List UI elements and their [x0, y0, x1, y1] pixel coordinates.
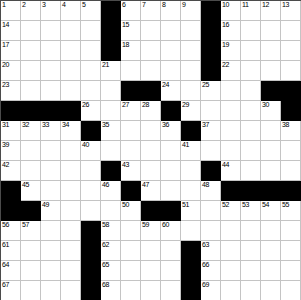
white-cell[interactable]: 25	[201, 81, 221, 101]
white-cell[interactable]	[21, 241, 41, 261]
cell-number: 42	[2, 161, 9, 169]
white-cell[interactable]: 50	[121, 201, 141, 221]
white-cell[interactable]	[221, 81, 241, 101]
black-cell	[61, 101, 81, 121]
white-cell[interactable]	[101, 101, 121, 121]
cell-number: 28	[142, 101, 149, 109]
white-cell[interactable]: 4	[61, 1, 81, 21]
white-cell[interactable]	[241, 261, 261, 281]
cell-number: 62	[102, 241, 109, 249]
white-cell[interactable]	[121, 281, 141, 300]
cell-number: 5	[82, 1, 86, 9]
white-cell[interactable]: 5	[81, 1, 101, 21]
white-cell[interactable]	[281, 261, 301, 281]
cell-number: 41	[182, 141, 189, 149]
white-cell[interactable]	[221, 141, 241, 161]
white-cell[interactable]	[81, 81, 101, 101]
cell-number: 2	[22, 1, 26, 9]
white-cell[interactable]	[21, 161, 41, 181]
white-cell[interactable]	[81, 41, 101, 61]
white-cell[interactable]	[241, 161, 261, 181]
white-cell[interactable]	[161, 141, 181, 161]
white-cell[interactable]: 34	[61, 121, 81, 141]
white-cell[interactable]	[161, 21, 181, 41]
cell-number: 49	[42, 201, 49, 209]
white-cell[interactable]	[161, 61, 181, 81]
cell-number: 54	[262, 201, 269, 209]
cell-number: 53	[242, 201, 249, 209]
white-cell[interactable]	[281, 141, 301, 161]
cell-number: 20	[2, 61, 9, 69]
cell-number: 59	[142, 221, 149, 229]
crossword-grid: 1234567891011121314151617181920212223242…	[0, 0, 301, 300]
white-cell[interactable]	[141, 121, 161, 141]
white-cell[interactable]	[221, 241, 241, 261]
white-cell[interactable]	[21, 21, 41, 41]
white-cell[interactable]	[61, 201, 81, 221]
white-cell[interactable]: 47	[141, 181, 161, 201]
black-cell	[1, 101, 21, 121]
white-cell[interactable]: 57	[21, 221, 41, 241]
cell-number: 46	[102, 181, 109, 189]
white-cell[interactable]: 35	[101, 121, 121, 141]
white-cell[interactable]	[61, 241, 81, 261]
black-cell	[181, 241, 201, 261]
white-cell[interactable]	[241, 81, 261, 101]
white-cell[interactable]	[41, 221, 61, 241]
white-cell[interactable]: 52	[221, 201, 241, 221]
white-cell[interactable]	[141, 241, 161, 261]
white-cell[interactable]	[141, 21, 161, 41]
white-cell[interactable]	[221, 261, 241, 281]
white-cell[interactable]	[261, 241, 281, 261]
white-cell[interactable]	[41, 161, 61, 181]
cell-number: 58	[102, 221, 109, 229]
white-cell[interactable]	[41, 241, 61, 261]
cell-number: 14	[2, 21, 9, 29]
white-cell[interactable]	[241, 41, 261, 61]
white-cell[interactable]	[181, 81, 201, 101]
white-cell[interactable]	[141, 61, 161, 81]
white-cell[interactable]	[221, 281, 241, 300]
white-cell[interactable]	[241, 121, 261, 141]
black-cell	[161, 201, 181, 221]
white-cell[interactable]	[181, 41, 201, 61]
cell-number: 50	[122, 201, 129, 209]
white-cell[interactable]: 2	[21, 1, 41, 21]
cell-number: 21	[102, 61, 109, 69]
cell-number: 39	[2, 141, 9, 149]
cell-number: 51	[182, 201, 189, 209]
white-cell[interactable]: 28	[141, 101, 161, 121]
white-cell[interactable]	[81, 201, 101, 221]
black-cell	[101, 1, 121, 21]
white-cell[interactable]	[281, 241, 301, 261]
cell-number: 25	[202, 81, 209, 89]
white-cell[interactable]	[61, 181, 81, 201]
black-cell	[21, 201, 41, 221]
white-cell[interactable]: 29	[181, 101, 201, 121]
white-cell[interactable]: 61	[1, 241, 21, 261]
black-cell	[101, 41, 121, 61]
cell-number: 40	[82, 141, 89, 149]
white-cell[interactable]	[21, 61, 41, 81]
white-cell[interactable]	[81, 61, 101, 81]
black-cell	[201, 41, 221, 61]
black-cell	[201, 61, 221, 81]
black-cell	[141, 201, 161, 221]
white-cell[interactable]	[221, 121, 241, 141]
black-cell	[41, 101, 61, 121]
white-cell[interactable]: 66	[201, 261, 221, 281]
cell-number: 9	[182, 1, 186, 9]
black-cell	[281, 81, 301, 101]
black-cell	[81, 221, 101, 241]
cell-number: 16	[222, 21, 229, 29]
white-cell[interactable]	[121, 141, 141, 161]
cell-number: 61	[2, 241, 9, 249]
cell-number: 56	[2, 221, 9, 229]
white-cell[interactable]: 40	[81, 141, 101, 161]
black-cell	[281, 181, 301, 201]
white-cell[interactable]: 3	[41, 1, 61, 21]
cell-number: 67	[2, 281, 9, 289]
white-cell[interactable]: 17	[1, 41, 21, 61]
white-cell[interactable]	[241, 221, 261, 241]
cell-number: 4	[62, 1, 66, 9]
black-cell	[161, 101, 181, 121]
white-cell[interactable]: 22	[221, 61, 241, 81]
white-cell[interactable]	[201, 101, 221, 121]
black-cell	[21, 101, 41, 121]
cell-number: 36	[162, 121, 169, 129]
white-cell[interactable]	[141, 141, 161, 161]
white-cell[interactable]: 10	[221, 1, 241, 21]
cell-number: 69	[202, 281, 209, 289]
white-cell[interactable]: 32	[21, 121, 41, 141]
white-cell[interactable]	[61, 281, 81, 300]
white-cell[interactable]	[61, 21, 81, 41]
white-cell[interactable]: 15	[121, 21, 141, 41]
white-cell[interactable]	[101, 81, 121, 101]
cell-number: 32	[22, 121, 29, 129]
cell-number: 37	[202, 121, 209, 129]
white-cell[interactable]: 65	[101, 261, 121, 281]
white-cell[interactable]: 23	[1, 81, 21, 101]
cell-number: 60	[162, 221, 169, 229]
white-cell[interactable]: 69	[201, 281, 221, 300]
white-cell[interactable]: 58	[101, 221, 121, 241]
cell-number: 1	[2, 1, 6, 9]
cell-number: 26	[82, 101, 89, 109]
white-cell[interactable]	[161, 181, 181, 201]
black-cell	[121, 81, 141, 101]
white-cell[interactable]: 11	[241, 1, 261, 21]
white-cell[interactable]: 46	[101, 181, 121, 201]
white-cell[interactable]	[181, 181, 201, 201]
white-cell[interactable]	[281, 21, 301, 41]
white-cell[interactable]: 43	[121, 161, 141, 181]
black-cell	[261, 81, 281, 101]
white-cell[interactable]	[261, 141, 281, 161]
white-cell[interactable]	[281, 61, 301, 81]
white-cell[interactable]	[121, 121, 141, 141]
cell-number: 64	[2, 261, 9, 269]
cell-number: 12	[262, 1, 269, 9]
white-cell[interactable]: 21	[101, 61, 121, 81]
black-cell	[1, 181, 21, 201]
white-cell[interactable]	[81, 21, 101, 41]
cell-number: 23	[2, 81, 9, 89]
white-cell[interactable]: 44	[221, 161, 241, 181]
white-cell[interactable]: 8	[161, 1, 181, 21]
black-cell	[281, 101, 301, 121]
cell-number: 27	[122, 101, 129, 109]
white-cell[interactable]	[121, 261, 141, 281]
white-cell[interactable]: 67	[1, 281, 21, 300]
white-cell[interactable]	[121, 241, 141, 261]
cell-number: 35	[102, 121, 109, 129]
white-cell[interactable]	[281, 161, 301, 181]
white-cell[interactable]	[81, 181, 101, 201]
white-cell[interactable]: 59	[141, 221, 161, 241]
white-cell[interactable]	[281, 281, 301, 300]
white-cell[interactable]	[161, 261, 181, 281]
cell-number: 47	[142, 181, 149, 189]
cell-number: 57	[22, 221, 29, 229]
white-cell[interactable]	[61, 141, 81, 161]
white-cell[interactable]	[241, 241, 261, 261]
white-cell[interactable]: 56	[1, 221, 21, 241]
cell-number: 43	[122, 161, 129, 169]
white-cell[interactable]: 30	[261, 101, 281, 121]
white-cell[interactable]: 42	[1, 161, 21, 181]
white-cell[interactable]: 26	[81, 101, 101, 121]
white-cell[interactable]	[201, 201, 221, 221]
white-cell[interactable]	[61, 41, 81, 61]
black-cell	[101, 161, 121, 181]
white-cell[interactable]: 24	[161, 81, 181, 101]
black-cell	[81, 121, 101, 141]
white-cell[interactable]: 19	[221, 41, 241, 61]
white-cell[interactable]	[141, 41, 161, 61]
white-cell[interactable]: 9	[181, 1, 201, 21]
white-cell[interactable]	[261, 281, 281, 300]
cell-number: 55	[282, 201, 289, 209]
white-cell[interactable]: 27	[121, 101, 141, 121]
black-cell	[141, 81, 161, 101]
cell-number: 30	[262, 101, 269, 109]
white-cell[interactable]	[41, 41, 61, 61]
white-cell[interactable]	[41, 181, 61, 201]
cell-number: 13	[282, 1, 289, 9]
white-cell[interactable]: 55	[281, 201, 301, 221]
cell-number: 7	[142, 1, 146, 9]
white-cell[interactable]	[181, 21, 201, 41]
white-cell[interactable]: 62	[101, 241, 121, 261]
cell-number: 6	[122, 1, 126, 9]
white-cell[interactable]: 49	[41, 201, 61, 221]
white-cell[interactable]	[261, 61, 281, 81]
white-cell[interactable]: 63	[201, 241, 221, 261]
white-cell[interactable]: 45	[21, 181, 41, 201]
black-cell	[1, 201, 21, 221]
white-cell[interactable]	[61, 261, 81, 281]
white-cell[interactable]	[21, 81, 41, 101]
white-cell[interactable]	[261, 121, 281, 141]
black-cell	[201, 161, 221, 181]
white-cell[interactable]	[241, 21, 261, 41]
white-cell[interactable]: 33	[41, 121, 61, 141]
white-cell[interactable]: 31	[1, 121, 21, 141]
black-cell	[81, 261, 101, 281]
cell-number: 33	[42, 121, 49, 129]
white-cell[interactable]	[241, 61, 261, 81]
cell-number: 11	[242, 1, 249, 9]
white-cell[interactable]: 54	[261, 201, 281, 221]
white-cell[interactable]: 39	[1, 141, 21, 161]
cell-number: 34	[62, 121, 69, 129]
white-cell[interactable]: 16	[221, 21, 241, 41]
black-cell	[241, 181, 261, 201]
white-cell[interactable]	[241, 281, 261, 300]
white-cell[interactable]	[141, 161, 161, 181]
white-cell[interactable]	[161, 41, 181, 61]
white-cell[interactable]	[21, 281, 41, 300]
white-cell[interactable]	[161, 281, 181, 300]
white-cell[interactable]	[121, 61, 141, 81]
cell-number: 19	[222, 41, 229, 49]
white-cell[interactable]: 48	[201, 181, 221, 201]
white-cell[interactable]	[21, 261, 41, 281]
white-cell[interactable]: 60	[161, 221, 181, 241]
white-cell[interactable]	[261, 221, 281, 241]
white-cell[interactable]	[41, 81, 61, 101]
white-cell[interactable]	[281, 221, 301, 241]
cell-number: 48	[202, 181, 209, 189]
white-cell[interactable]	[101, 141, 121, 161]
black-cell	[181, 121, 201, 141]
white-cell[interactable]	[201, 221, 221, 241]
white-cell[interactable]: 64	[1, 261, 21, 281]
white-cell[interactable]: 6	[121, 1, 141, 21]
white-cell[interactable]	[61, 161, 81, 181]
cell-number: 31	[2, 121, 9, 129]
white-cell[interactable]: 14	[1, 21, 21, 41]
cell-number: 3	[42, 1, 46, 9]
black-cell	[181, 281, 201, 300]
white-cell[interactable]	[21, 41, 41, 61]
white-cell[interactable]	[141, 281, 161, 300]
black-cell	[101, 21, 121, 41]
black-cell	[121, 181, 141, 201]
black-cell	[81, 281, 101, 300]
cell-number: 68	[102, 281, 109, 289]
cell-number: 38	[282, 121, 289, 129]
white-cell[interactable]	[181, 221, 201, 241]
cell-number: 15	[122, 21, 129, 29]
cell-number: 17	[2, 41, 9, 49]
white-cell[interactable]	[121, 221, 141, 241]
white-cell[interactable]	[261, 21, 281, 41]
black-cell	[201, 1, 221, 21]
white-cell[interactable]: 13	[281, 1, 301, 21]
white-cell[interactable]	[161, 241, 181, 261]
white-cell[interactable]	[201, 141, 221, 161]
white-cell[interactable]	[41, 281, 61, 300]
white-cell[interactable]	[221, 101, 241, 121]
white-cell[interactable]: 68	[101, 281, 121, 300]
white-cell[interactable]: 7	[141, 1, 161, 21]
cell-number: 8	[162, 1, 166, 9]
white-cell[interactable]	[101, 201, 121, 221]
white-cell[interactable]: 20	[1, 61, 21, 81]
white-cell[interactable]	[61, 61, 81, 81]
cell-number: 18	[122, 41, 129, 49]
black-cell	[81, 241, 101, 261]
white-cell[interactable]: 53	[241, 201, 261, 221]
white-cell[interactable]	[181, 61, 201, 81]
cell-number: 65	[102, 261, 109, 269]
white-cell[interactable]	[81, 161, 101, 181]
white-cell[interactable]	[181, 161, 201, 181]
cell-number: 44	[222, 161, 229, 169]
cell-number: 10	[222, 1, 229, 9]
white-cell[interactable]	[61, 221, 81, 241]
cell-number: 66	[202, 261, 209, 269]
white-cell[interactable]	[261, 41, 281, 61]
white-cell[interactable]: 41	[181, 141, 201, 161]
white-cell[interactable]: 51	[181, 201, 201, 221]
cell-number: 29	[182, 101, 189, 109]
black-cell	[221, 181, 241, 201]
white-cell[interactable]: 18	[121, 41, 141, 61]
white-cell[interactable]: 1	[1, 1, 21, 21]
black-cell	[201, 21, 221, 41]
cell-number: 22	[222, 61, 229, 69]
cell-number: 63	[202, 241, 209, 249]
white-cell[interactable]: 36	[161, 121, 181, 141]
white-cell[interactable]	[221, 221, 241, 241]
cell-number: 45	[22, 181, 29, 189]
white-cell[interactable]	[41, 21, 61, 41]
white-cell[interactable]	[41, 261, 61, 281]
black-cell	[261, 181, 281, 201]
white-cell[interactable]	[281, 41, 301, 61]
white-cell[interactable]: 37	[201, 121, 221, 141]
cell-number: 24	[162, 81, 169, 89]
black-cell	[181, 261, 201, 281]
white-cell[interactable]: 38	[281, 121, 301, 141]
white-cell[interactable]	[161, 161, 181, 181]
white-cell[interactable]	[141, 261, 161, 281]
white-cell[interactable]	[41, 61, 61, 81]
cell-number: 52	[222, 201, 229, 209]
white-cell[interactable]	[241, 101, 261, 121]
white-cell[interactable]	[241, 141, 261, 161]
white-cell[interactable]	[261, 161, 281, 181]
white-cell[interactable]: 12	[261, 1, 281, 21]
white-cell[interactable]	[41, 141, 61, 161]
white-cell[interactable]	[261, 261, 281, 281]
white-cell[interactable]	[21, 141, 41, 161]
white-cell[interactable]	[61, 81, 81, 101]
